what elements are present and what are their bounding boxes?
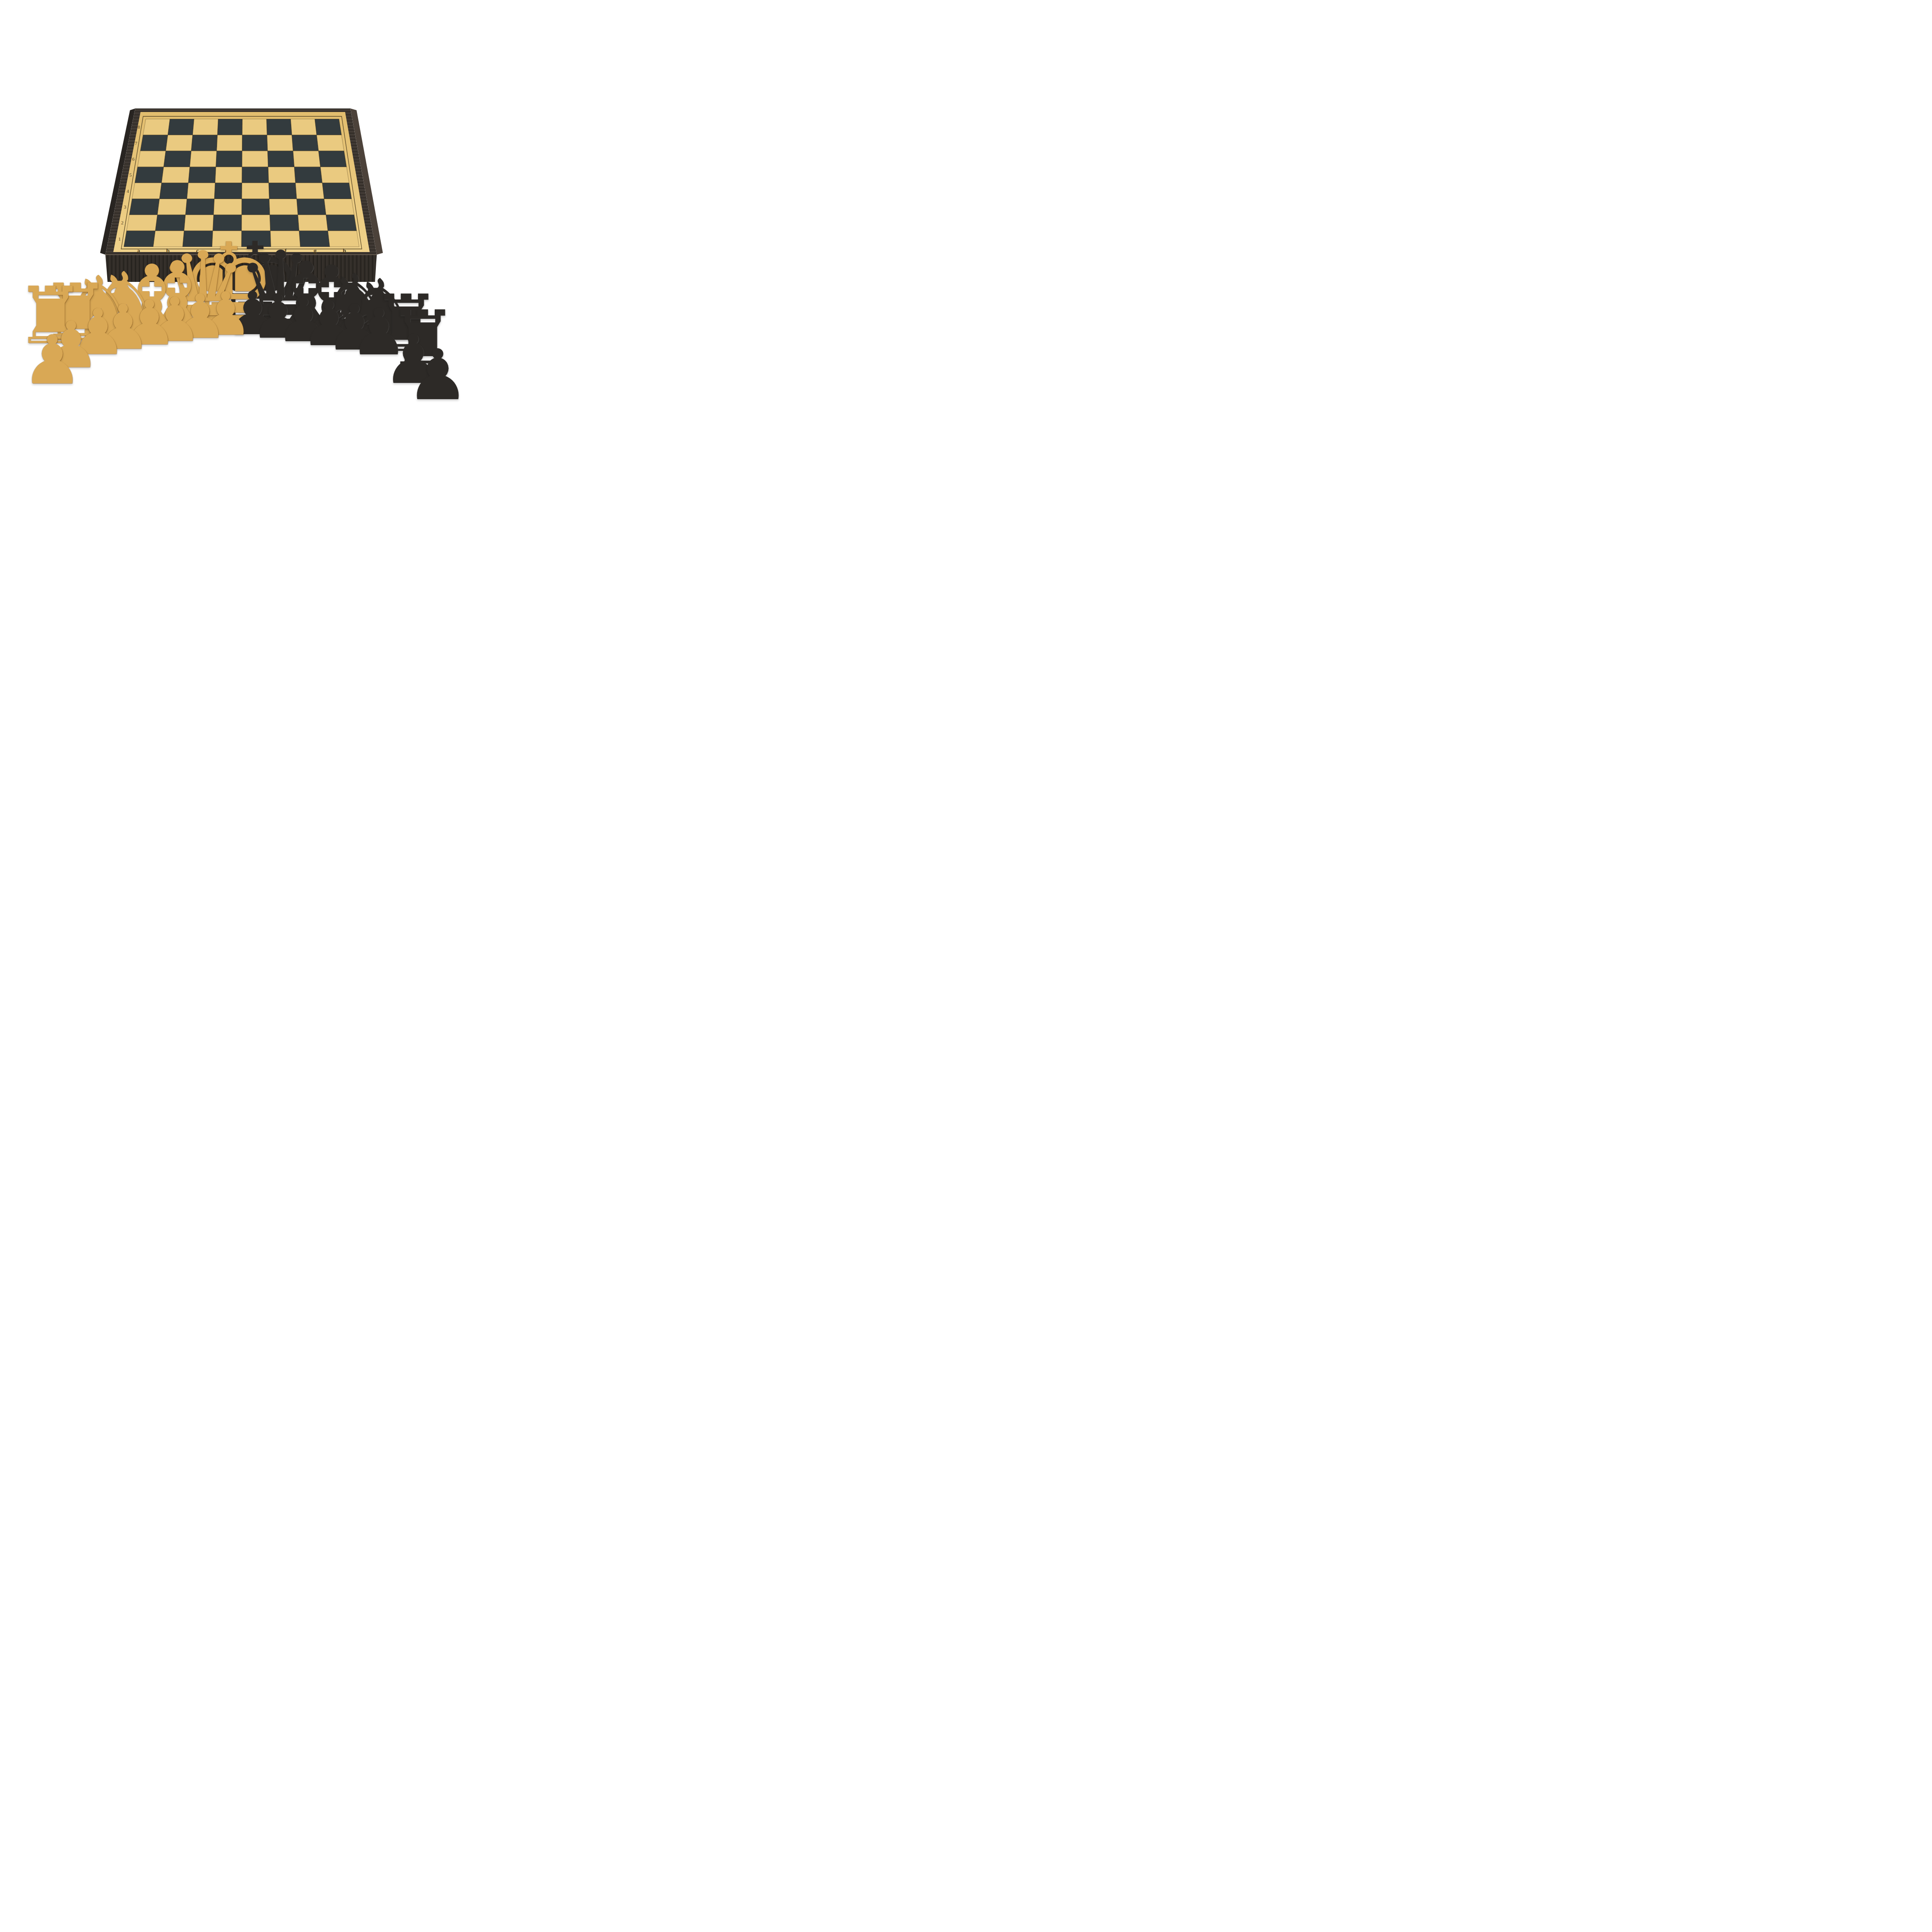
white-pawn-piece[interactable]: ♟ (23, 334, 81, 386)
chess-set-product-photo: 87654321abcdefgh ♜♜♞♞♝♝♛♚♟♟♟♟♟♟♟♟♚♛♝♝♞♞♜… (0, 0, 483, 483)
black-pawn-piece[interactable]: ♟ (408, 348, 468, 403)
pieces-layer: ♜♜♞♞♝♝♛♚♟♟♟♟♟♟♟♟♚♛♝♝♞♞♜♜♟♟♟♟♟♟♟♟ (0, 0, 483, 483)
